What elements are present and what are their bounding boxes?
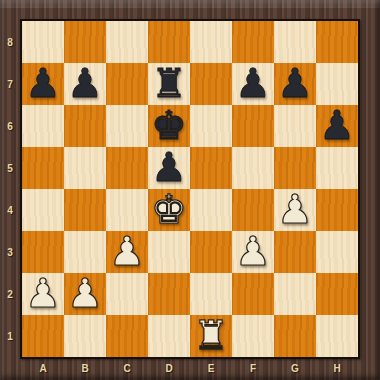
square-d5[interactable]: ♟ [148, 147, 190, 189]
square-d7[interactable]: ♜ [148, 63, 190, 105]
piece-black-rook[interactable]: ♜ [151, 63, 187, 103]
piece-black-king[interactable]: ♚ [151, 105, 187, 145]
file-label-h: H [316, 358, 358, 379]
rank-label-7: 7 [0, 63, 20, 105]
square-g7[interactable]: ♟ [274, 63, 316, 105]
file-label-c: C [106, 358, 148, 379]
piece-white-rook[interactable]: ♜ [193, 315, 229, 355]
piece-white-pawn[interactable]: ♟ [109, 231, 145, 271]
square-g6[interactable] [274, 105, 316, 147]
square-d6[interactable]: ♚ [148, 105, 190, 147]
square-e6[interactable] [190, 105, 232, 147]
square-d4[interactable]: ♚ [148, 189, 190, 231]
square-h7[interactable] [316, 63, 358, 105]
square-e7[interactable] [190, 63, 232, 105]
square-c8[interactable] [106, 21, 148, 63]
square-g8[interactable] [274, 21, 316, 63]
square-f1[interactable] [232, 315, 274, 357]
rank-label-1: 1 [0, 315, 20, 357]
square-h2[interactable] [316, 273, 358, 315]
square-a7[interactable]: ♟ [22, 63, 64, 105]
square-d1[interactable] [148, 315, 190, 357]
square-a2[interactable]: ♟ [22, 273, 64, 315]
square-b2[interactable]: ♟ [64, 273, 106, 315]
square-f3[interactable]: ♟ [232, 231, 274, 273]
square-h6[interactable]: ♟ [316, 105, 358, 147]
square-h3[interactable] [316, 231, 358, 273]
chess-board: ♟♟♜♟♟♚♟♟♚♟♟♟♟♟♜ [20, 19, 360, 359]
square-d2[interactable] [148, 273, 190, 315]
square-h5[interactable] [316, 147, 358, 189]
piece-black-pawn[interactable]: ♟ [277, 63, 313, 103]
square-f7[interactable]: ♟ [232, 63, 274, 105]
file-label-a: A [22, 358, 64, 379]
square-h1[interactable] [316, 315, 358, 357]
square-h4[interactable] [316, 189, 358, 231]
file-label-d: D [148, 358, 190, 379]
square-c7[interactable] [106, 63, 148, 105]
square-a4[interactable] [22, 189, 64, 231]
square-b6[interactable] [64, 105, 106, 147]
file-label-g: G [274, 358, 316, 379]
rank-label-2: 2 [0, 273, 20, 315]
square-c3[interactable]: ♟ [106, 231, 148, 273]
square-e8[interactable] [190, 21, 232, 63]
piece-black-pawn[interactable]: ♟ [67, 63, 103, 103]
square-b4[interactable] [64, 189, 106, 231]
file-label-e: E [190, 358, 232, 379]
piece-white-king[interactable]: ♚ [151, 189, 187, 229]
file-label-f: F [232, 358, 274, 379]
square-a3[interactable] [22, 231, 64, 273]
square-g4[interactable]: ♟ [274, 189, 316, 231]
rank-label-4: 4 [0, 189, 20, 231]
square-h8[interactable] [316, 21, 358, 63]
square-c1[interactable] [106, 315, 148, 357]
square-g3[interactable] [274, 231, 316, 273]
square-f2[interactable] [232, 273, 274, 315]
chessboard-widget: 87654321ABCDEFGH ♟♟♜♟♟♚♟♟♚♟♟♟♟♟♜ [0, 0, 380, 380]
square-d3[interactable] [148, 231, 190, 273]
file-label-b: B [64, 358, 106, 379]
piece-black-pawn[interactable]: ♟ [235, 63, 271, 103]
piece-white-pawn[interactable]: ♟ [277, 189, 313, 229]
piece-black-pawn[interactable]: ♟ [25, 63, 61, 103]
square-b1[interactable] [64, 315, 106, 357]
square-b8[interactable] [64, 21, 106, 63]
square-c4[interactable] [106, 189, 148, 231]
square-e4[interactable] [190, 189, 232, 231]
square-e2[interactable] [190, 273, 232, 315]
piece-black-pawn[interactable]: ♟ [151, 147, 187, 187]
square-a5[interactable] [22, 147, 64, 189]
square-f5[interactable] [232, 147, 274, 189]
square-e1[interactable]: ♜ [190, 315, 232, 357]
piece-white-pawn[interactable]: ♟ [235, 231, 271, 271]
square-b5[interactable] [64, 147, 106, 189]
square-b3[interactable] [64, 231, 106, 273]
rank-label-6: 6 [0, 105, 20, 147]
square-f8[interactable] [232, 21, 274, 63]
square-g5[interactable] [274, 147, 316, 189]
square-a8[interactable] [22, 21, 64, 63]
square-g1[interactable] [274, 315, 316, 357]
square-f4[interactable] [232, 189, 274, 231]
square-d8[interactable] [148, 21, 190, 63]
rank-label-5: 5 [0, 147, 20, 189]
square-a1[interactable] [22, 315, 64, 357]
rank-label-3: 3 [0, 231, 20, 273]
square-b7[interactable]: ♟ [64, 63, 106, 105]
square-c2[interactable] [106, 273, 148, 315]
rank-label-8: 8 [0, 21, 20, 63]
square-e5[interactable] [190, 147, 232, 189]
square-f6[interactable] [232, 105, 274, 147]
square-c6[interactable] [106, 105, 148, 147]
piece-white-pawn[interactable]: ♟ [25, 273, 61, 313]
square-e3[interactable] [190, 231, 232, 273]
square-g2[interactable] [274, 273, 316, 315]
square-c5[interactable] [106, 147, 148, 189]
piece-black-pawn[interactable]: ♟ [319, 105, 355, 145]
piece-white-pawn[interactable]: ♟ [67, 273, 103, 313]
square-a6[interactable] [22, 105, 64, 147]
